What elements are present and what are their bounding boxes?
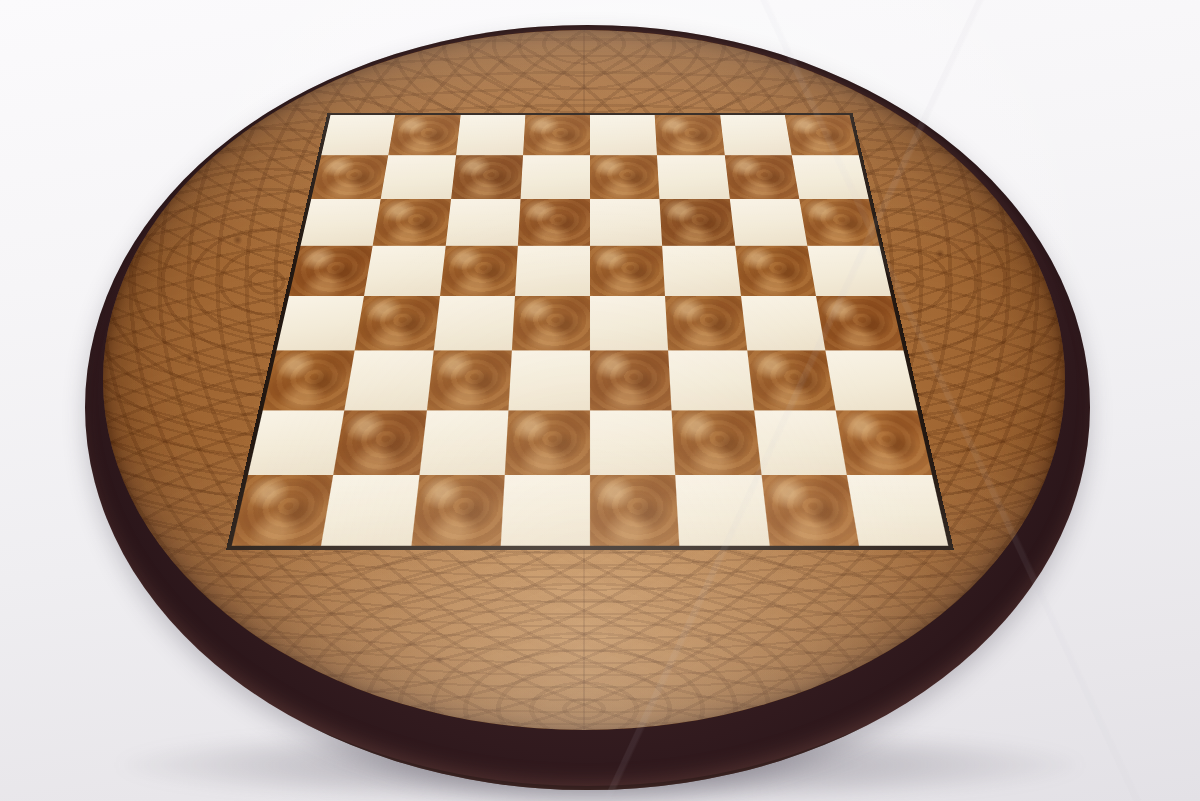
square-e7 bbox=[590, 155, 660, 198]
square-h8 bbox=[785, 115, 859, 155]
square-f7 bbox=[657, 155, 729, 198]
square-f2 bbox=[672, 410, 761, 475]
square-d1 bbox=[500, 475, 590, 546]
square-g8 bbox=[720, 115, 792, 155]
square-c4 bbox=[433, 296, 515, 351]
square-d3 bbox=[508, 351, 590, 410]
board-top-surface bbox=[103, 30, 1065, 730]
square-b7 bbox=[381, 155, 456, 198]
square-g4 bbox=[741, 296, 826, 351]
playing-area-perspective bbox=[226, 113, 954, 550]
studio-backdrop bbox=[0, 0, 1200, 801]
square-c5 bbox=[440, 246, 518, 296]
square-f3 bbox=[668, 351, 753, 410]
square-h3 bbox=[825, 351, 917, 410]
square-b8 bbox=[388, 115, 460, 155]
square-e1 bbox=[590, 475, 680, 546]
square-e5 bbox=[590, 246, 665, 296]
square-b3 bbox=[345, 351, 434, 410]
square-d5 bbox=[515, 246, 590, 296]
square-d8 bbox=[523, 115, 590, 155]
square-e4 bbox=[590, 296, 668, 351]
square-d7 bbox=[520, 155, 590, 198]
square-a6 bbox=[301, 199, 381, 246]
square-a7 bbox=[311, 155, 388, 198]
square-c8 bbox=[456, 115, 526, 155]
square-c3 bbox=[426, 351, 511, 410]
square-f6 bbox=[660, 199, 735, 246]
square-a1 bbox=[232, 475, 334, 546]
square-b6 bbox=[373, 199, 451, 246]
square-b5 bbox=[364, 246, 445, 296]
square-h5 bbox=[807, 246, 891, 296]
square-f5 bbox=[662, 246, 740, 296]
square-g7 bbox=[724, 155, 799, 198]
square-e2 bbox=[590, 410, 676, 475]
square-c1 bbox=[411, 475, 505, 546]
square-f4 bbox=[665, 296, 747, 351]
square-d2 bbox=[504, 410, 590, 475]
square-a8 bbox=[321, 115, 395, 155]
square-a3 bbox=[263, 351, 355, 410]
square-a4 bbox=[276, 296, 364, 351]
square-a2 bbox=[248, 410, 345, 475]
square-c6 bbox=[445, 199, 520, 246]
square-b1 bbox=[321, 475, 419, 546]
square-h2 bbox=[835, 410, 932, 475]
square-c7 bbox=[451, 155, 523, 198]
square-d4 bbox=[512, 296, 590, 351]
square-h6 bbox=[799, 199, 879, 246]
square-b2 bbox=[333, 410, 426, 475]
square-g3 bbox=[747, 351, 836, 410]
square-a5 bbox=[289, 246, 373, 296]
square-h4 bbox=[816, 296, 904, 351]
square-f8 bbox=[655, 115, 725, 155]
square-g5 bbox=[735, 246, 816, 296]
square-e3 bbox=[590, 351, 672, 410]
square-c2 bbox=[419, 410, 508, 475]
square-e8 bbox=[590, 115, 657, 155]
square-b4 bbox=[355, 296, 440, 351]
square-g1 bbox=[761, 475, 859, 546]
square-g2 bbox=[754, 410, 847, 475]
square-g6 bbox=[729, 199, 807, 246]
square-e6 bbox=[590, 199, 662, 246]
chess-board-grid bbox=[226, 113, 954, 550]
square-f1 bbox=[676, 475, 770, 546]
square-d6 bbox=[518, 199, 590, 246]
square-h1 bbox=[847, 475, 949, 546]
square-h7 bbox=[792, 155, 869, 198]
